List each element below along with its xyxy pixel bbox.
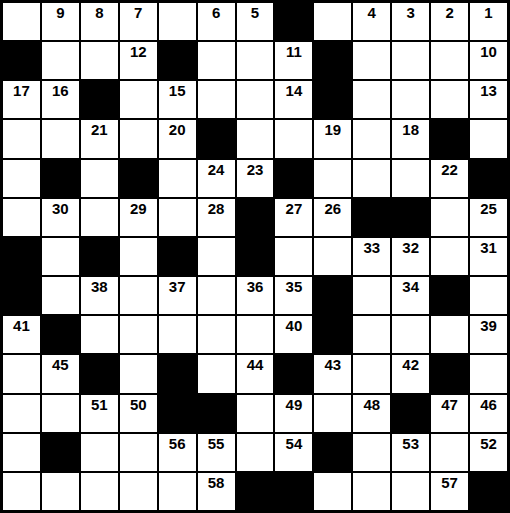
grid-cell[interactable] — [198, 238, 235, 275]
grid-cell[interactable] — [120, 473, 157, 510]
grid-cell[interactable]: 35 — [275, 277, 312, 314]
grid-cell[interactable] — [314, 238, 351, 275]
grid-cell[interactable] — [237, 42, 274, 79]
grid-cell[interactable] — [120, 355, 157, 392]
grid-cell[interactable] — [3, 3, 40, 40]
grid-cell[interactable]: 17 — [3, 81, 40, 118]
clue-number: 11 — [275, 43, 312, 60]
grid-cell[interactable]: 15 — [159, 81, 196, 118]
clue-number: 53 — [392, 435, 429, 452]
clue-number: 48 — [353, 396, 390, 413]
grid-cell[interactable]: 30 — [42, 199, 79, 236]
grid-cell[interactable] — [237, 120, 274, 157]
clue-number: 21 — [81, 121, 118, 138]
block-cell — [3, 277, 40, 314]
clue-number: 37 — [159, 278, 196, 295]
block-cell — [353, 199, 390, 236]
clue-number: 57 — [431, 474, 468, 491]
grid-cell[interactable]: 23 — [237, 160, 274, 197]
grid-cell[interactable] — [198, 42, 235, 79]
block-cell — [159, 238, 196, 275]
grid-cell[interactable] — [120, 316, 157, 353]
block-cell — [275, 3, 312, 40]
grid-cell[interactable]: 43 — [314, 355, 351, 392]
grid-cell[interactable]: 53 — [392, 434, 429, 471]
grid-cell[interactable] — [198, 81, 235, 118]
clue-number: 22 — [431, 161, 468, 178]
block-cell — [3, 238, 40, 275]
grid-cell[interactable]: 21 — [81, 120, 118, 157]
grid-cell[interactable] — [3, 473, 40, 510]
block-cell — [3, 42, 40, 79]
clue-number: 31 — [470, 239, 507, 256]
clue-number: 39 — [470, 317, 507, 334]
grid-cell[interactable] — [470, 277, 507, 314]
clue-number: 41 — [3, 317, 40, 334]
grid-cell[interactable]: 52 — [470, 434, 507, 471]
block-cell — [275, 355, 312, 392]
block-cell — [42, 434, 79, 471]
block-cell — [470, 160, 507, 197]
grid-cell[interactable] — [81, 434, 118, 471]
grid-cell[interactable] — [431, 42, 468, 79]
grid-cell[interactable]: 4 — [353, 3, 390, 40]
clue-number: 43 — [314, 356, 351, 373]
grid-cell[interactable]: 5 — [237, 3, 274, 40]
grid-cell[interactable]: 3 — [392, 3, 429, 40]
clue-number: 13 — [470, 82, 507, 99]
grid-cell[interactable]: 24 — [198, 160, 235, 197]
clue-number: 5 — [237, 4, 274, 21]
grid-cell[interactable]: 54 — [275, 434, 312, 471]
grid-cell[interactable]: 26 — [314, 199, 351, 236]
grid-cell[interactable] — [42, 395, 79, 432]
grid-cell[interactable] — [3, 355, 40, 392]
grid-cell[interactable] — [42, 42, 79, 79]
grid-cell[interactable] — [3, 120, 40, 157]
clue-number: 8 — [81, 4, 118, 21]
block-cell — [431, 355, 468, 392]
block-cell — [42, 160, 79, 197]
grid-cell[interactable] — [275, 120, 312, 157]
clue-number: 35 — [275, 278, 312, 295]
clue-number: 23 — [237, 161, 274, 178]
grid-cell[interactable]: 25 — [470, 199, 507, 236]
grid-cell[interactable] — [120, 277, 157, 314]
grid-cell[interactable]: 50 — [120, 395, 157, 432]
grid-cell[interactable]: 56 — [159, 434, 196, 471]
grid-cell[interactable]: 42 — [392, 355, 429, 392]
clue-number: 16 — [42, 82, 79, 99]
block-cell — [275, 473, 312, 510]
block-cell — [392, 395, 429, 432]
block-cell — [275, 160, 312, 197]
grid-cell[interactable]: 58 — [198, 473, 235, 510]
clue-number: 28 — [198, 200, 235, 217]
clue-number: 17 — [3, 82, 40, 99]
clue-number: 40 — [275, 317, 312, 334]
grid-cell[interactable] — [159, 160, 196, 197]
clue-number: 20 — [159, 121, 196, 138]
clue-number: 14 — [275, 82, 312, 99]
grid-cell[interactable]: 40 — [275, 316, 312, 353]
clue-number: 12 — [120, 43, 157, 60]
grid-cell[interactable]: 19 — [314, 120, 351, 157]
grid-cell[interactable]: 38 — [81, 277, 118, 314]
grid-cell[interactable] — [392, 160, 429, 197]
clue-number: 54 — [275, 435, 312, 452]
block-cell — [237, 238, 274, 275]
grid-cell[interactable] — [353, 160, 390, 197]
block-cell — [81, 238, 118, 275]
grid-cell[interactable] — [314, 395, 351, 432]
grid-cell[interactable] — [353, 355, 390, 392]
clue-number: 46 — [470, 396, 507, 413]
grid-cell[interactable] — [314, 160, 351, 197]
grid-cell[interactable] — [81, 316, 118, 353]
clue-number: 2 — [431, 4, 468, 21]
clue-number: 19 — [314, 121, 351, 138]
grid-cell[interactable]: 47 — [431, 395, 468, 432]
grid-cell[interactable]: 12 — [120, 42, 157, 79]
grid-cell[interactable] — [42, 473, 79, 510]
grid-cell[interactable]: 51 — [81, 395, 118, 432]
block-cell — [42, 316, 79, 353]
grid-cell[interactable] — [237, 81, 274, 118]
clue-number: 1 — [470, 4, 507, 21]
grid-cell[interactable]: 33 — [353, 238, 390, 275]
clue-number: 32 — [392, 239, 429, 256]
block-cell — [159, 395, 196, 432]
grid-cell[interactable]: 29 — [120, 199, 157, 236]
grid-cell[interactable] — [353, 316, 390, 353]
block-cell — [431, 120, 468, 157]
grid-cell[interactable]: 9 — [42, 3, 79, 40]
grid-cell[interactable]: 44 — [237, 355, 274, 392]
grid-cell[interactable] — [237, 434, 274, 471]
clue-number: 25 — [470, 200, 507, 217]
clue-number: 42 — [392, 356, 429, 373]
grid-cell[interactable]: 28 — [198, 199, 235, 236]
clue-number: 10 — [470, 43, 507, 60]
block-cell — [81, 81, 118, 118]
grid-cell[interactable] — [3, 160, 40, 197]
grid-cell[interactable] — [42, 238, 79, 275]
grid-cell[interactable] — [120, 120, 157, 157]
grid-cell[interactable]: 13 — [470, 81, 507, 118]
clue-number: 6 — [198, 4, 235, 21]
clue-number: 33 — [353, 239, 390, 256]
clue-number: 38 — [81, 278, 118, 295]
grid-cell[interactable] — [237, 395, 274, 432]
grid-cell[interactable] — [3, 199, 40, 236]
grid-cell[interactable] — [275, 238, 312, 275]
block-cell — [237, 473, 274, 510]
grid-cell[interactable] — [431, 434, 468, 471]
clue-number: 58 — [198, 474, 235, 491]
grid-cell[interactable]: 32 — [392, 238, 429, 275]
clue-number: 26 — [314, 200, 351, 217]
grid-cell[interactable]: 27 — [275, 199, 312, 236]
grid-cell[interactable] — [314, 473, 351, 510]
grid-cell[interactable] — [431, 81, 468, 118]
grid-cell[interactable] — [314, 3, 351, 40]
clue-number: 52 — [470, 435, 507, 452]
clue-number: 45 — [42, 356, 79, 373]
clue-number: 3 — [392, 4, 429, 21]
grid-cell[interactable]: 2 — [431, 3, 468, 40]
clue-number: 7 — [120, 4, 157, 21]
grid-cell[interactable]: 45 — [42, 355, 79, 392]
grid-cell[interactable] — [392, 81, 429, 118]
grid-cell[interactable]: 55 — [198, 434, 235, 471]
grid-cell[interactable] — [120, 434, 157, 471]
clue-number: 9 — [42, 4, 79, 21]
grid-cell[interactable]: 8 — [81, 3, 118, 40]
grid-cell[interactable]: 6 — [198, 3, 235, 40]
crossword-grid: 9876543211211101716151413212019182423223… — [0, 0, 510, 513]
grid-cell[interactable]: 36 — [237, 277, 274, 314]
grid-cell[interactable] — [81, 42, 118, 79]
block-cell — [120, 160, 157, 197]
clue-number: 56 — [159, 435, 196, 452]
block-cell — [237, 199, 274, 236]
grid-cell[interactable] — [470, 355, 507, 392]
block-cell — [198, 120, 235, 157]
grid-cell[interactable] — [159, 316, 196, 353]
grid-cell[interactable] — [81, 473, 118, 510]
grid-cell[interactable] — [392, 316, 429, 353]
grid-cell[interactable]: 11 — [275, 42, 312, 79]
grid-cell[interactable]: 10 — [470, 42, 507, 79]
clue-number: 47 — [431, 396, 468, 413]
clue-number: 29 — [120, 200, 157, 217]
clue-number: 30 — [42, 200, 79, 217]
grid-cell[interactable]: 1 — [470, 3, 507, 40]
clue-number: 27 — [275, 200, 312, 217]
clue-number: 24 — [198, 161, 235, 178]
grid-cell[interactable] — [353, 120, 390, 157]
clue-number: 51 — [81, 396, 118, 413]
grid-cell[interactable] — [159, 473, 196, 510]
grid-cell[interactable] — [431, 316, 468, 353]
grid-cell[interactable]: 14 — [275, 81, 312, 118]
grid-cell[interactable]: 39 — [470, 316, 507, 353]
grid-cell[interactable]: 49 — [275, 395, 312, 432]
grid-cell[interactable]: 31 — [470, 238, 507, 275]
grid-cell[interactable]: 37 — [159, 277, 196, 314]
block-cell — [159, 355, 196, 392]
block-cell — [431, 277, 468, 314]
block-cell — [81, 355, 118, 392]
grid-cell[interactable] — [353, 473, 390, 510]
grid-cell[interactable]: 20 — [159, 120, 196, 157]
grid-cell[interactable] — [353, 81, 390, 118]
grid-cell[interactable] — [353, 277, 390, 314]
grid-cell[interactable] — [353, 434, 390, 471]
block-cell — [470, 473, 507, 510]
grid-cell[interactable]: 48 — [353, 395, 390, 432]
clue-number: 36 — [237, 278, 274, 295]
grid-cell[interactable] — [81, 160, 118, 197]
block-cell — [314, 81, 351, 118]
grid-cell[interactable] — [431, 199, 468, 236]
grid-cell[interactable] — [198, 316, 235, 353]
grid-cell[interactable] — [120, 81, 157, 118]
grid-cell[interactable] — [392, 473, 429, 510]
clue-number: 4 — [353, 4, 390, 21]
grid-cell[interactable] — [198, 355, 235, 392]
grid-cell[interactable] — [392, 42, 429, 79]
clue-number: 34 — [392, 278, 429, 295]
grid-cell[interactable] — [237, 316, 274, 353]
grid-cell[interactable] — [431, 238, 468, 275]
block-cell — [314, 316, 351, 353]
grid-cell[interactable] — [159, 199, 196, 236]
clue-number: 18 — [392, 121, 429, 138]
grid-cell[interactable] — [159, 3, 196, 40]
grid-cell[interactable] — [470, 120, 507, 157]
grid-cell[interactable] — [3, 395, 40, 432]
block-cell — [314, 42, 351, 79]
grid-cell[interactable]: 7 — [120, 3, 157, 40]
grid-cell[interactable]: 34 — [392, 277, 429, 314]
clue-number: 15 — [159, 82, 196, 99]
grid-cell[interactable] — [120, 238, 157, 275]
block-cell — [314, 434, 351, 471]
block-cell — [159, 42, 196, 79]
clue-number: 55 — [198, 435, 235, 452]
grid-cell[interactable] — [42, 120, 79, 157]
grid-cell[interactable] — [198, 277, 235, 314]
grid-cell[interactable] — [3, 434, 40, 471]
grid-cell[interactable] — [42, 277, 79, 314]
block-cell — [314, 277, 351, 314]
clue-number: 49 — [275, 396, 312, 413]
grid-cell[interactable] — [81, 199, 118, 236]
block-cell — [198, 395, 235, 432]
grid-cell[interactable]: 16 — [42, 81, 79, 118]
grid-cell[interactable]: 18 — [392, 120, 429, 157]
grid-cell[interactable] — [353, 42, 390, 79]
grid-cell[interactable]: 41 — [3, 316, 40, 353]
grid-cell[interactable]: 46 — [470, 395, 507, 432]
block-cell — [392, 199, 429, 236]
clue-number: 50 — [120, 396, 157, 413]
clue-number: 44 — [237, 356, 274, 373]
grid-cell[interactable]: 57 — [431, 473, 468, 510]
grid-cell[interactable]: 22 — [431, 160, 468, 197]
